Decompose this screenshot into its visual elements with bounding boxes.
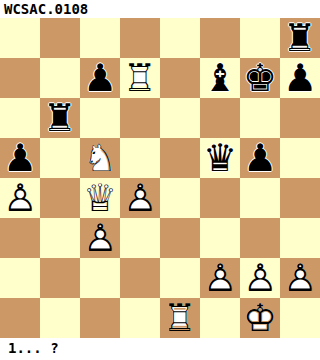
square-d7[interactable]: ♜♖ — [120, 58, 160, 98]
square-g2[interactable]: ♟♙ — [240, 258, 280, 298]
square-h6[interactable] — [280, 98, 320, 138]
chess-diagram-window: WCSAC.0108 ♜♟♜♖♝♚♟♜♟♞♘♛♟♟♙♛♕♟♙♟♙♟♙♟♙♟♙♜♖… — [0, 0, 320, 360]
square-c1[interactable] — [80, 298, 120, 338]
white-pawn[interactable]: ♟♙ — [240, 258, 280, 298]
square-g5[interactable]: ♟ — [240, 138, 280, 178]
square-e8[interactable] — [160, 18, 200, 58]
black-pawn[interactable]: ♟ — [240, 138, 280, 178]
white-rook[interactable]: ♜♖ — [120, 58, 160, 98]
square-c7[interactable]: ♟ — [80, 58, 120, 98]
square-e5[interactable] — [160, 138, 200, 178]
square-g4[interactable] — [240, 178, 280, 218]
square-e1[interactable]: ♜♖ — [160, 298, 200, 338]
square-d4[interactable]: ♟♙ — [120, 178, 160, 218]
square-c3[interactable]: ♟♙ — [80, 218, 120, 258]
square-c2[interactable] — [80, 258, 120, 298]
square-b7[interactable] — [40, 58, 80, 98]
square-c6[interactable] — [80, 98, 120, 138]
square-h2[interactable]: ♟♙ — [280, 258, 320, 298]
square-e6[interactable] — [160, 98, 200, 138]
square-e3[interactable] — [160, 218, 200, 258]
square-g1[interactable]: ♚♔ — [240, 298, 280, 338]
white-pawn[interactable]: ♟♙ — [200, 258, 240, 298]
square-h1[interactable] — [280, 298, 320, 338]
square-b4[interactable] — [40, 178, 80, 218]
black-queen[interactable]: ♛ — [200, 138, 240, 178]
square-g8[interactable] — [240, 18, 280, 58]
black-pawn[interactable]: ♟ — [0, 138, 40, 178]
white-pawn[interactable]: ♟♙ — [280, 258, 320, 298]
square-f8[interactable] — [200, 18, 240, 58]
white-knight[interactable]: ♞♘ — [80, 138, 120, 178]
white-rook[interactable]: ♜♖ — [160, 298, 200, 338]
black-bishop[interactable]: ♝ — [200, 58, 240, 98]
square-g3[interactable] — [240, 218, 280, 258]
black-rook[interactable]: ♜ — [40, 98, 80, 138]
square-d1[interactable] — [120, 298, 160, 338]
square-a8[interactable] — [0, 18, 40, 58]
square-a6[interactable] — [0, 98, 40, 138]
move-prompt: 1... ? — [0, 338, 320, 360]
black-pawn[interactable]: ♟ — [80, 58, 120, 98]
square-g7[interactable]: ♚ — [240, 58, 280, 98]
square-f1[interactable] — [200, 298, 240, 338]
square-h3[interactable] — [280, 218, 320, 258]
square-f3[interactable] — [200, 218, 240, 258]
white-pawn[interactable]: ♟♙ — [0, 178, 40, 218]
square-d6[interactable] — [120, 98, 160, 138]
black-pawn[interactable]: ♟ — [280, 58, 320, 98]
square-f6[interactable] — [200, 98, 240, 138]
square-h8[interactable]: ♜ — [280, 18, 320, 58]
square-b3[interactable] — [40, 218, 80, 258]
square-b2[interactable] — [40, 258, 80, 298]
square-a3[interactable] — [0, 218, 40, 258]
square-f5[interactable]: ♛ — [200, 138, 240, 178]
square-h7[interactable]: ♟ — [280, 58, 320, 98]
chess-board: ♜♟♜♖♝♚♟♜♟♞♘♛♟♟♙♛♕♟♙♟♙♟♙♟♙♟♙♜♖♚♔ — [0, 18, 320, 338]
square-c8[interactable] — [80, 18, 120, 58]
white-queen[interactable]: ♛♕ — [80, 178, 120, 218]
black-king[interactable]: ♚ — [240, 58, 280, 98]
square-b5[interactable] — [40, 138, 80, 178]
square-e2[interactable] — [160, 258, 200, 298]
black-rook[interactable]: ♜ — [280, 18, 320, 58]
diagram-title: WCSAC.0108 — [0, 0, 320, 18]
square-a7[interactable] — [0, 58, 40, 98]
square-b6[interactable]: ♜ — [40, 98, 80, 138]
square-f2[interactable]: ♟♙ — [200, 258, 240, 298]
square-d5[interactable] — [120, 138, 160, 178]
square-g6[interactable] — [240, 98, 280, 138]
square-f4[interactable] — [200, 178, 240, 218]
square-a5[interactable]: ♟ — [0, 138, 40, 178]
square-c5[interactable]: ♞♘ — [80, 138, 120, 178]
square-d2[interactable] — [120, 258, 160, 298]
square-h5[interactable] — [280, 138, 320, 178]
square-d8[interactable] — [120, 18, 160, 58]
square-a4[interactable]: ♟♙ — [0, 178, 40, 218]
square-e4[interactable] — [160, 178, 200, 218]
square-b8[interactable] — [40, 18, 80, 58]
square-e7[interactable] — [160, 58, 200, 98]
square-a2[interactable] — [0, 258, 40, 298]
square-f7[interactable]: ♝ — [200, 58, 240, 98]
square-c4[interactable]: ♛♕ — [80, 178, 120, 218]
square-d3[interactable] — [120, 218, 160, 258]
square-a1[interactable] — [0, 298, 40, 338]
white-pawn[interactable]: ♟♙ — [80, 218, 120, 258]
square-b1[interactable] — [40, 298, 80, 338]
white-king[interactable]: ♚♔ — [240, 298, 280, 338]
square-h4[interactable] — [280, 178, 320, 218]
white-pawn[interactable]: ♟♙ — [120, 178, 160, 218]
